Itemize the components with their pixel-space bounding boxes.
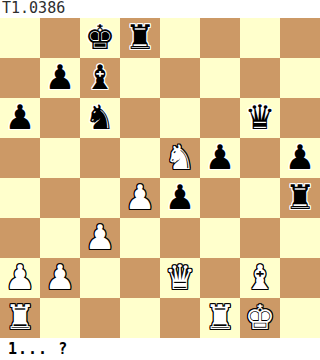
square-f1[interactable]: ♜ xyxy=(200,298,240,338)
square-a6[interactable]: ♟ xyxy=(0,98,40,138)
square-e2[interactable]: ♛ xyxy=(160,258,200,298)
piece-white-rook: ♜ xyxy=(205,297,235,337)
square-d7[interactable] xyxy=(120,58,160,98)
piece-black-pawn: ♟ xyxy=(45,57,75,97)
square-b7[interactable]: ♟ xyxy=(40,58,80,98)
square-d1[interactable] xyxy=(120,298,160,338)
square-a4[interactable] xyxy=(0,178,40,218)
square-h4[interactable]: ♜ xyxy=(280,178,320,218)
square-g6[interactable]: ♛ xyxy=(240,98,280,138)
chess-puzzle-page: T1.0386 ♚♜♟♝♟♞♛♞♟♟♟♟♜♟♟♟♛♝♜♜♚ 1... ? xyxy=(0,0,320,360)
square-e4[interactable]: ♟ xyxy=(160,178,200,218)
piece-white-pawn: ♟ xyxy=(85,217,115,257)
piece-black-queen: ♛ xyxy=(245,97,275,137)
piece-black-pawn: ♟ xyxy=(165,177,195,217)
square-a2[interactable]: ♟ xyxy=(0,258,40,298)
piece-black-rook: ♜ xyxy=(125,17,155,57)
piece-white-king: ♚ xyxy=(245,297,275,337)
square-c2[interactable] xyxy=(80,258,120,298)
square-a5[interactable] xyxy=(0,138,40,178)
piece-white-rook: ♜ xyxy=(5,297,35,337)
square-f5[interactable]: ♟ xyxy=(200,138,240,178)
square-e8[interactable] xyxy=(160,18,200,58)
puzzle-id: T1.0386 xyxy=(0,0,320,18)
square-h2[interactable] xyxy=(280,258,320,298)
square-d8[interactable]: ♜ xyxy=(120,18,160,58)
piece-white-pawn: ♟ xyxy=(125,177,155,217)
square-f3[interactable] xyxy=(200,218,240,258)
square-d5[interactable] xyxy=(120,138,160,178)
square-b8[interactable] xyxy=(40,18,80,58)
square-e7[interactable] xyxy=(160,58,200,98)
square-g1[interactable]: ♚ xyxy=(240,298,280,338)
square-d4[interactable]: ♟ xyxy=(120,178,160,218)
piece-white-pawn: ♟ xyxy=(45,257,75,297)
square-f4[interactable] xyxy=(200,178,240,218)
square-h1[interactable] xyxy=(280,298,320,338)
square-g4[interactable] xyxy=(240,178,280,218)
piece-black-pawn: ♟ xyxy=(205,137,235,177)
square-g8[interactable] xyxy=(240,18,280,58)
piece-white-queen: ♛ xyxy=(165,257,195,297)
square-c1[interactable] xyxy=(80,298,120,338)
piece-black-rook: ♜ xyxy=(285,177,315,217)
square-h8[interactable] xyxy=(280,18,320,58)
square-d6[interactable] xyxy=(120,98,160,138)
chess-board: ♚♜♟♝♟♞♛♞♟♟♟♟♜♟♟♟♛♝♜♜♚ xyxy=(0,18,320,338)
square-b1[interactable] xyxy=(40,298,80,338)
square-h5[interactable]: ♟ xyxy=(280,138,320,178)
piece-black-knight: ♞ xyxy=(85,97,115,137)
square-b3[interactable] xyxy=(40,218,80,258)
square-f6[interactable] xyxy=(200,98,240,138)
square-b2[interactable]: ♟ xyxy=(40,258,80,298)
square-e1[interactable] xyxy=(160,298,200,338)
square-e5[interactable]: ♞ xyxy=(160,138,200,178)
square-g5[interactable] xyxy=(240,138,280,178)
piece-white-knight: ♞ xyxy=(165,137,195,177)
square-h3[interactable] xyxy=(280,218,320,258)
square-a3[interactable] xyxy=(0,218,40,258)
square-e6[interactable] xyxy=(160,98,200,138)
piece-black-pawn: ♟ xyxy=(285,137,315,177)
piece-white-pawn: ♟ xyxy=(5,257,35,297)
square-g3[interactable] xyxy=(240,218,280,258)
square-c8[interactable]: ♚ xyxy=(80,18,120,58)
piece-white-bishop: ♝ xyxy=(245,257,275,297)
square-f2[interactable] xyxy=(200,258,240,298)
square-b5[interactable] xyxy=(40,138,80,178)
piece-black-king: ♚ xyxy=(85,17,115,57)
square-a7[interactable] xyxy=(0,58,40,98)
square-h7[interactable] xyxy=(280,58,320,98)
square-b4[interactable] xyxy=(40,178,80,218)
square-c7[interactable]: ♝ xyxy=(80,58,120,98)
square-a1[interactable]: ♜ xyxy=(0,298,40,338)
square-a8[interactable] xyxy=(0,18,40,58)
square-d2[interactable] xyxy=(120,258,160,298)
square-b6[interactable] xyxy=(40,98,80,138)
square-g2[interactable]: ♝ xyxy=(240,258,280,298)
piece-black-bishop: ♝ xyxy=(85,57,115,97)
square-d3[interactable] xyxy=(120,218,160,258)
square-c5[interactable] xyxy=(80,138,120,178)
square-e3[interactable] xyxy=(160,218,200,258)
square-c6[interactable]: ♞ xyxy=(80,98,120,138)
square-h6[interactable] xyxy=(280,98,320,138)
square-f8[interactable] xyxy=(200,18,240,58)
square-c4[interactable] xyxy=(80,178,120,218)
square-g7[interactable] xyxy=(240,58,280,98)
square-f7[interactable] xyxy=(200,58,240,98)
move-prompt: 1... ? xyxy=(0,338,320,360)
square-c3[interactable]: ♟ xyxy=(80,218,120,258)
piece-black-pawn: ♟ xyxy=(5,97,35,137)
